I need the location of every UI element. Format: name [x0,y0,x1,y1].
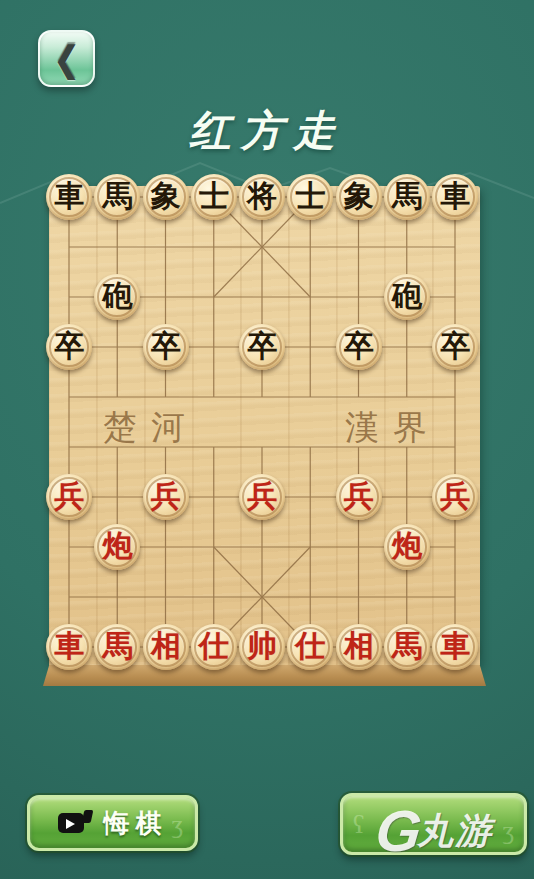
piece-character: 象 [344,181,374,211]
board-cell[interactable] [383,422,431,472]
board-cell[interactable]: 兵 [45,472,93,522]
board-cell[interactable] [190,522,238,572]
piece-character: 砲 [392,281,422,311]
board-cell[interactable] [93,372,141,422]
board-cell[interactable]: 卒 [142,322,190,372]
board-cell[interactable]: 馬 [93,622,141,672]
piece-character: 将 [247,181,277,211]
board-cell[interactable] [190,322,238,372]
board-cell[interactable] [238,372,286,422]
turn-indicator-title: 红方走 [0,103,534,159]
board-cell[interactable] [142,522,190,572]
board-cell[interactable]: 馬 [383,622,431,672]
board-cell[interactable]: 車 [45,172,93,222]
board-cell[interactable]: 車 [431,622,479,672]
board-cell[interactable] [335,272,383,322]
board-cell[interactable]: 卒 [431,322,479,372]
piece-character: 士 [199,181,229,211]
board-cell[interactable]: 将 [238,172,286,222]
board-cell[interactable] [190,372,238,422]
board-cell[interactable]: 炮 [383,522,431,572]
board-cell[interactable] [431,372,479,422]
board-cell[interactable] [286,322,334,372]
piece-character: 砲 [102,281,132,311]
board-cell[interactable]: 士 [286,172,334,222]
board-cell[interactable] [190,422,238,472]
piece-black-advisor[interactable]: 士 [191,174,237,220]
piece-black-soldier[interactable]: 卒 [143,324,189,370]
board-cell[interactable]: 馬 [93,172,141,222]
board-cell[interactable] [45,422,93,472]
piece-black-cannon[interactable]: 砲 [94,274,140,320]
board-cell[interactable] [93,422,141,472]
board-cell[interactable]: 炮 [93,522,141,572]
board-cell[interactable] [286,372,334,422]
piece-character: 卒 [54,331,84,361]
board-cell[interactable] [190,222,238,272]
board-cell[interactable]: 車 [431,172,479,222]
board-cell[interactable]: 象 [142,172,190,222]
board-cell[interactable] [238,422,286,472]
board-cell[interactable] [142,372,190,422]
board-cell[interactable]: 卒 [45,322,93,372]
board-cell[interactable]: 馬 [383,172,431,222]
board-cell[interactable] [383,472,431,522]
board-cell[interactable] [45,522,93,572]
board-cell[interactable]: 士 [190,172,238,222]
board-cell[interactable] [335,422,383,472]
board-cell[interactable] [45,372,93,422]
piece-red-general[interactable]: 帅 [239,624,285,670]
board-cell[interactable] [431,522,479,572]
board-cell[interactable] [335,572,383,622]
board-cell[interactable] [286,272,334,322]
board-cell[interactable]: 車 [45,622,93,672]
piece-character: 車 [54,631,84,661]
board-cell[interactable] [93,472,141,522]
board-cell[interactable] [286,222,334,272]
piece-red-cannon[interactable]: 炮 [94,524,140,570]
piece-character: 相 [344,631,374,661]
piece-character: 車 [440,631,470,661]
piece-character: 卒 [151,331,181,361]
right-action-button[interactable]: ʕ ʒ [340,793,527,855]
piece-red-elephant[interactable]: 相 [336,624,382,670]
piece-black-advisor[interactable]: 士 [287,174,333,220]
piece-red-chariot[interactable]: 車 [432,624,478,670]
piece-red-advisor[interactable]: 仕 [191,624,237,670]
board-cell[interactable] [431,422,479,472]
board-cell[interactable] [190,472,238,522]
piece-red-chariot[interactable]: 車 [46,624,92,670]
piece-black-chariot[interactable]: 車 [432,174,478,220]
piece-black-elephant[interactable]: 象 [143,174,189,220]
board-cell[interactable] [142,572,190,622]
board-cell[interactable] [93,572,141,622]
board-cell[interactable] [93,322,141,372]
piece-grid: 車馬象士将士象馬車砲砲卒卒卒卒卒兵兵兵兵兵炮炮車馬相仕帅仕相馬車 [45,172,479,672]
piece-red-horse[interactable]: 馬 [384,624,430,670]
board-cell[interactable] [45,572,93,622]
board-cell[interactable] [335,522,383,572]
piece-black-elephant[interactable]: 象 [336,174,382,220]
board-cell[interactable] [142,272,190,322]
piece-character: 兵 [54,481,84,511]
board-cell[interactable]: 仕 [286,622,334,672]
piece-black-soldier[interactable]: 卒 [336,324,382,370]
replay-video-icon [58,810,94,836]
piece-character: 卒 [247,331,277,361]
board-cell[interactable] [383,322,431,372]
board-cell[interactable] [383,372,431,422]
piece-red-soldier[interactable]: 兵 [239,474,285,520]
board-cell[interactable]: 兵 [431,472,479,522]
board-cell[interactable]: 兵 [142,472,190,522]
piece-character: 兵 [247,481,277,511]
piece-character: 士 [295,181,325,211]
board-cell[interactable] [431,272,479,322]
piece-character: 車 [440,181,470,211]
piece-black-soldier[interactable]: 卒 [46,324,92,370]
piece-black-general[interactable]: 将 [239,174,285,220]
piece-character: 象 [151,181,181,211]
piece-character: 馬 [102,181,132,211]
piece-character: 炮 [102,531,132,561]
board-cell[interactable] [383,572,431,622]
piece-character: 兵 [344,481,374,511]
undo-button-label: 悔棋 [104,806,168,841]
board-cell[interactable]: 仕 [190,622,238,672]
piece-character: 炮 [392,531,422,561]
piece-character: 卒 [344,331,374,361]
board-cell[interactable]: 卒 [238,322,286,372]
board-cell[interactable] [142,422,190,472]
piece-black-cannon[interactable]: 砲 [384,274,430,320]
piece-red-soldier[interactable]: 兵 [143,474,189,520]
piece-character: 帅 [247,631,277,661]
board-cell[interactable]: 兵 [335,472,383,522]
piece-character: 仕 [295,631,325,661]
board-cell[interactable] [142,222,190,272]
board-cell[interactable]: 兵 [238,472,286,522]
piece-character: 車 [54,181,84,211]
piece-red-soldier[interactable]: 兵 [432,474,478,520]
piece-character: 馬 [392,181,422,211]
piece-black-soldier[interactable]: 卒 [239,324,285,370]
back-button[interactable]: ❮ [38,30,95,87]
board-cell[interactable] [286,472,334,522]
piece-character: 兵 [151,481,181,511]
board-cell[interactable] [286,522,334,572]
board-cell[interactable] [45,272,93,322]
board-cell[interactable] [238,522,286,572]
board-cell[interactable] [238,572,286,622]
back-arrow-icon: ❮ [54,41,79,76]
board-cell[interactable]: 砲 [383,272,431,322]
piece-red-soldier[interactable]: 兵 [336,474,382,520]
undo-move-button[interactable]: 悔棋 ʒ [27,795,198,851]
board-cell[interactable] [431,222,479,272]
board-cell[interactable] [431,572,479,622]
board-cell[interactable] [286,422,334,472]
piece-red-advisor[interactable]: 仕 [287,624,333,670]
board-cell[interactable] [190,572,238,622]
piece-red-elephant[interactable]: 相 [143,624,189,670]
board-cell[interactable] [45,222,93,272]
board-cell[interactable]: 帅 [238,622,286,672]
board-cell[interactable] [238,272,286,322]
board-cell[interactable]: 相 [142,622,190,672]
piece-character: 卒 [440,331,470,361]
piece-red-soldier[interactable]: 兵 [46,474,92,520]
piece-character: 相 [151,631,181,661]
board-cell[interactable] [286,572,334,622]
xiangqi-board: 楚河 漢界 車馬象士将士象馬車砲砲卒卒卒卒卒兵兵兵兵兵炮炮車馬相仕帅仕相馬車 [49,186,480,665]
piece-character: 馬 [392,631,422,661]
board-cell[interactable] [335,222,383,272]
piece-character: 馬 [102,631,132,661]
board-cell[interactable] [335,372,383,422]
board-cell[interactable] [238,222,286,272]
board-cell[interactable]: 卒 [335,322,383,372]
board-cell[interactable]: 砲 [93,272,141,322]
piece-black-soldier[interactable]: 卒 [432,324,478,370]
board-cell[interactable]: 象 [335,172,383,222]
board-cell[interactable] [190,272,238,322]
board-cell[interactable] [383,222,431,272]
board-cell[interactable] [93,222,141,272]
piece-red-horse[interactable]: 馬 [94,624,140,670]
piece-character: 仕 [199,631,229,661]
piece-red-cannon[interactable]: 炮 [384,524,430,570]
board-cell[interactable]: 相 [335,622,383,672]
piece-black-horse[interactable]: 馬 [384,174,430,220]
piece-character: 兵 [440,481,470,511]
piece-black-chariot[interactable]: 車 [46,174,92,220]
piece-black-horse[interactable]: 馬 [94,174,140,220]
